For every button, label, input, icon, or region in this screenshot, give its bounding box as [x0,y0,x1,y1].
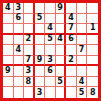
cell-r8c6[interactable]: 5 [56,77,67,88]
cell-r2c6[interactable] [56,14,67,25]
cell-r9c9[interactable]: 8 [87,87,98,98]
given-digit: 1 [90,24,96,32]
cell-r9c5[interactable] [45,87,56,98]
given-digit: 5 [79,89,85,97]
given-digit: 4 [68,14,74,22]
given-digit: 4 [47,24,53,32]
cell-r7c4[interactable] [35,66,46,77]
cell-r2c4[interactable]: 5 [35,14,46,25]
cell-r9c4[interactable]: 3 [35,87,46,98]
cell-r4c5[interactable]: 5 [45,35,56,46]
cell-r6c6[interactable] [56,56,67,67]
cell-r8c3[interactable]: 8 [24,77,35,88]
given-digit: 3 [26,67,32,75]
cell-r9c8[interactable]: 5 [77,87,88,98]
cell-r8c4[interactable] [35,77,46,88]
given-digit: 4 [16,46,22,54]
cell-r5c9[interactable] [87,45,98,56]
cell-r3c2[interactable] [14,24,25,35]
cell-r9c3[interactable] [24,87,35,98]
cell-r4c1[interactable] [3,35,14,46]
given-digit: 6 [47,67,53,75]
cell-r4c2[interactable] [14,35,25,46]
cell-r3c4[interactable] [35,24,46,35]
given-digit: 7 [79,46,85,54]
cell-r6c5[interactable]: 3 [45,56,56,67]
cell-r4c3[interactable]: 2 [24,35,35,46]
given-digit: 3 [37,89,43,97]
cell-r7c1[interactable]: 9 [3,66,14,77]
cell-r2c3[interactable] [24,14,35,25]
cell-r1c4[interactable] [35,3,46,14]
cell-r4c4[interactable] [35,35,46,46]
cell-r9c1[interactable] [3,87,14,98]
cell-r5c8[interactable]: 7 [77,45,88,56]
cell-r1c6[interactable]: 9 [56,3,67,14]
cell-r7c3[interactable]: 3 [24,66,35,77]
given-digit: 5 [37,14,43,22]
given-digit: 6 [16,14,22,22]
given-digit: 4 [57,35,63,43]
cell-r5c1[interactable] [3,45,14,56]
cell-r9c6[interactable] [56,87,67,98]
cell-r3c6[interactable] [56,24,67,35]
cell-r6c1[interactable] [3,56,14,67]
cell-r3c1[interactable] [3,24,14,35]
given-digit: 5 [47,35,53,43]
cell-r8c9[interactable] [87,77,98,88]
cell-r1c9[interactable] [87,3,98,14]
cell-r6c3[interactable]: 7 [24,56,35,67]
cell-r8c2[interactable] [14,77,25,88]
cell-r3c9[interactable]: 1 [87,24,98,35]
cell-r1c8[interactable] [77,3,88,14]
cell-r8c8[interactable]: 4 [77,77,88,88]
cell-r3c8[interactable] [77,24,88,35]
cell-r5c6[interactable] [56,45,67,56]
cell-r7c7[interactable] [66,66,77,77]
cell-r5c2[interactable]: 4 [14,45,25,56]
cell-r1c2[interactable]: 3 [14,3,25,14]
cell-r2c8[interactable] [77,14,88,25]
cell-r4c8[interactable] [77,35,88,46]
cell-r8c5[interactable] [45,77,56,88]
given-digit: 6 [68,35,74,43]
cell-r7c8[interactable] [77,66,88,77]
given-digit: 7 [26,56,32,64]
given-digit: 3 [16,4,22,12]
cell-r3c5[interactable]: 4 [45,24,56,35]
cell-r1c3[interactable] [24,3,35,14]
cell-r2c1[interactable] [3,14,14,25]
cell-r7c5[interactable]: 6 [45,66,56,77]
cell-r4c6[interactable]: 4 [56,35,67,46]
given-digit: 4 [5,4,11,12]
given-digit: 3 [47,56,53,64]
cell-r2c2[interactable]: 6 [14,14,25,25]
cell-r1c1[interactable]: 4 [3,3,14,14]
cell-r6c2[interactable] [14,56,25,67]
given-digit: 8 [26,78,32,86]
given-digit: 9 [5,67,11,75]
cell-r6c7[interactable]: 2 [66,56,77,67]
cell-r6c8[interactable] [77,56,88,67]
given-digit: 2 [26,35,32,43]
given-digit: 7 [68,24,74,32]
cell-r9c2[interactable] [14,87,25,98]
cell-r1c7[interactable] [66,3,77,14]
given-digit: 9 [37,56,43,64]
given-digit: 8 [90,89,96,97]
given-digit: 2 [68,56,74,64]
cell-r8c7[interactable] [66,77,77,88]
cell-r7c2[interactable] [14,66,25,77]
cell-r3c7[interactable]: 7 [66,24,77,35]
cell-r7c6[interactable] [56,66,67,77]
cell-r1c5[interactable] [45,3,56,14]
sudoku-board: 4396544712546477932936854358 [0,0,101,101]
cell-r9c7[interactable] [66,87,77,98]
given-digit: 5 [57,78,63,86]
cell-r6c9[interactable] [87,56,98,67]
cell-r8c1[interactable] [3,77,14,88]
cell-r4c9[interactable] [87,35,98,46]
given-digit: 9 [57,4,63,12]
given-digit: 4 [79,78,85,86]
cell-r6c4[interactable]: 9 [35,56,46,67]
cell-r4c7[interactable]: 6 [66,35,77,46]
cell-r7c9[interactable] [87,66,98,77]
cell-r3c3[interactable] [24,24,35,35]
